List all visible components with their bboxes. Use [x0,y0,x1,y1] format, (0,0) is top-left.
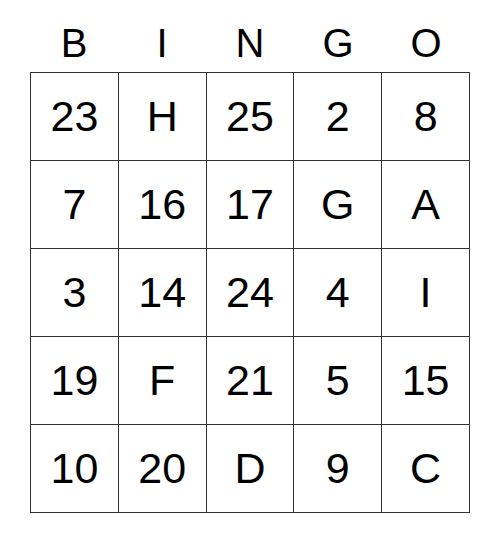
cell-r2-c3[interactable]: 17 [207,161,295,249]
cell-r5-c3[interactable]: D [207,425,295,513]
header-letter-b: B [30,23,118,72]
cell-r3-c4[interactable]: 4 [294,249,382,337]
header-letter-i: I [118,23,206,72]
bingo-card: B I N G O 23 H 25 2 8 7 16 17 G A 3 14 2… [0,0,500,544]
cell-r4-c1[interactable]: 19 [31,337,119,425]
header-letter-g: G [294,23,382,72]
cell-r3-c3[interactable]: 24 [207,249,295,337]
cell-r1-c5[interactable]: 8 [382,73,470,161]
cell-r2-c1[interactable]: 7 [31,161,119,249]
cell-r5-c4[interactable]: 9 [294,425,382,513]
cell-r5-c1[interactable]: 10 [31,425,119,513]
cell-r3-c5[interactable]: I [382,249,470,337]
header-letter-n: N [206,23,294,72]
bingo-header-row: B I N G O [30,0,470,72]
cell-r4-c5[interactable]: 15 [382,337,470,425]
cell-r5-c5[interactable]: C [382,425,470,513]
bingo-grid: 23 H 25 2 8 7 16 17 G A 3 14 24 4 I 19 F… [30,72,470,513]
cell-r1-c4[interactable]: 2 [294,73,382,161]
cell-r1-c2[interactable]: H [119,73,207,161]
cell-r2-c2[interactable]: 16 [119,161,207,249]
cell-r1-c3[interactable]: 25 [207,73,295,161]
cell-r2-c4[interactable]: G [294,161,382,249]
cell-r1-c1[interactable]: 23 [31,73,119,161]
cell-r5-c2[interactable]: 20 [119,425,207,513]
cell-r4-c2[interactable]: F [119,337,207,425]
cell-r2-c5[interactable]: A [382,161,470,249]
cell-r3-c1[interactable]: 3 [31,249,119,337]
header-letter-o: O [382,23,470,72]
cell-r4-c4[interactable]: 5 [294,337,382,425]
cell-r4-c3[interactable]: 21 [207,337,295,425]
cell-r3-c2[interactable]: 14 [119,249,207,337]
